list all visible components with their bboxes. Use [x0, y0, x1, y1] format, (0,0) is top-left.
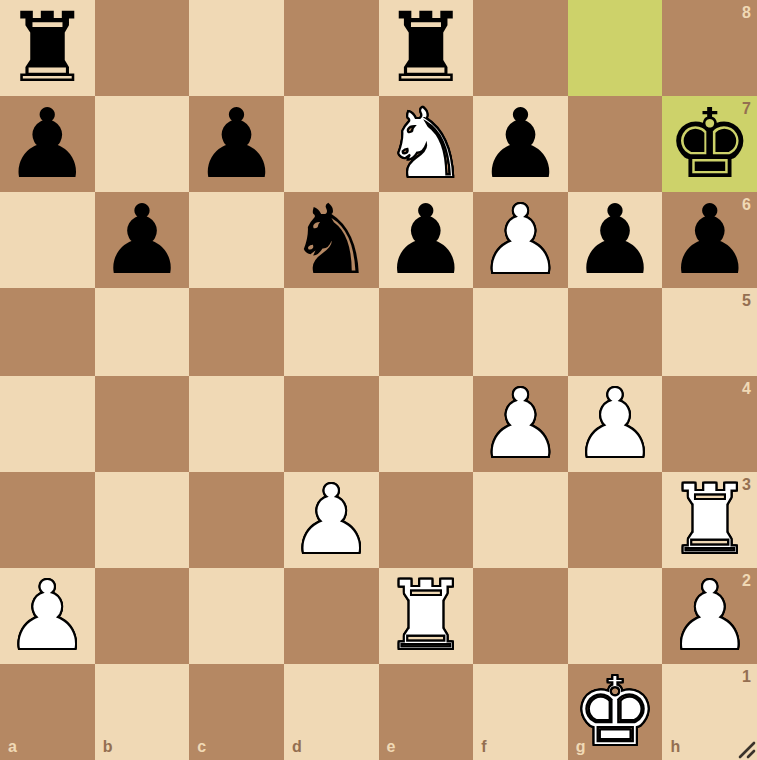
square-a3[interactable] [0, 472, 95, 568]
square-a6[interactable] [0, 192, 95, 288]
file-label-c: c [197, 739, 206, 755]
square-g2[interactable] [568, 568, 663, 664]
square-f5[interactable] [473, 288, 568, 376]
square-b5[interactable] [95, 288, 190, 376]
square-g1[interactable]: ♚g [568, 664, 663, 760]
square-b4[interactable] [95, 376, 190, 472]
rank-label-8: 8 [742, 5, 751, 21]
white-rook[interactable]: ♜ [667, 472, 753, 568]
file-label-d: d [292, 739, 302, 755]
black-pawn[interactable]: ♟ [572, 192, 658, 288]
square-g4[interactable]: ♟ [568, 376, 663, 472]
square-f1[interactable]: f [473, 664, 568, 760]
black-rook[interactable]: ♜ [383, 0, 469, 96]
square-g6[interactable]: ♟ [568, 192, 663, 288]
square-c7[interactable]: ♟ [189, 96, 284, 192]
square-e1[interactable]: e [379, 664, 474, 760]
square-b1[interactable]: b [95, 664, 190, 760]
white-knight[interactable]: ♞ [383, 96, 469, 192]
black-pawn[interactable]: ♟ [477, 96, 563, 192]
square-e8[interactable]: ♜ [379, 0, 474, 96]
square-f7[interactable]: ♟ [473, 96, 568, 192]
square-d1[interactable]: d [284, 664, 379, 760]
rank-label-1: 1 [742, 669, 751, 685]
square-h5[interactable]: 5 [662, 288, 757, 376]
square-e4[interactable] [379, 376, 474, 472]
square-c8[interactable] [189, 0, 284, 96]
square-d7[interactable] [284, 96, 379, 192]
square-f4[interactable]: ♟ [473, 376, 568, 472]
square-d3[interactable]: ♟ [284, 472, 379, 568]
white-pawn[interactable]: ♟ [477, 192, 563, 288]
square-h3[interactable]: ♜3 [662, 472, 757, 568]
white-pawn[interactable]: ♟ [4, 568, 90, 664]
white-pawn[interactable]: ♟ [572, 376, 658, 472]
square-d2[interactable] [284, 568, 379, 664]
file-label-a: a [8, 739, 17, 755]
square-h2[interactable]: ♟2 [662, 568, 757, 664]
white-pawn[interactable]: ♟ [667, 568, 753, 664]
square-e3[interactable] [379, 472, 474, 568]
black-rook[interactable]: ♜ [4, 0, 90, 96]
square-e6[interactable]: ♟ [379, 192, 474, 288]
black-pawn[interactable]: ♟ [194, 96, 280, 192]
square-d4[interactable] [284, 376, 379, 472]
file-label-f: f [481, 739, 486, 755]
square-d8[interactable] [284, 0, 379, 96]
square-h6[interactable]: ♟6 [662, 192, 757, 288]
square-b8[interactable] [95, 0, 190, 96]
black-pawn[interactable]: ♟ [4, 96, 90, 192]
black-pawn[interactable]: ♟ [383, 192, 469, 288]
square-a1[interactable]: a [0, 664, 95, 760]
square-g7[interactable] [568, 96, 663, 192]
square-f3[interactable] [473, 472, 568, 568]
file-label-b: b [103, 739, 113, 755]
square-b3[interactable] [95, 472, 190, 568]
black-pawn[interactable]: ♟ [667, 192, 753, 288]
black-pawn[interactable]: ♟ [99, 192, 185, 288]
square-a4[interactable] [0, 376, 95, 472]
square-b2[interactable] [95, 568, 190, 664]
file-label-e: e [387, 739, 396, 755]
square-c5[interactable] [189, 288, 284, 376]
board-resize-handle-icon[interactable] [734, 737, 756, 759]
square-a5[interactable] [0, 288, 95, 376]
white-rook[interactable]: ♜ [383, 568, 469, 664]
square-c6[interactable] [189, 192, 284, 288]
square-f6[interactable]: ♟ [473, 192, 568, 288]
white-pawn[interactable]: ♟ [288, 472, 374, 568]
white-pawn[interactable]: ♟ [477, 376, 563, 472]
square-h8[interactable]: 8 [662, 0, 757, 96]
square-c4[interactable] [189, 376, 284, 472]
square-h7[interactable]: ♚7 [662, 96, 757, 192]
square-g3[interactable] [568, 472, 663, 568]
square-f2[interactable] [473, 568, 568, 664]
square-e5[interactable] [379, 288, 474, 376]
square-e2[interactable]: ♜ [379, 568, 474, 664]
rank-label-4: 4 [742, 381, 751, 397]
square-b7[interactable] [95, 96, 190, 192]
black-king[interactable]: ♚ [667, 96, 753, 192]
square-c3[interactable] [189, 472, 284, 568]
square-a7[interactable]: ♟ [0, 96, 95, 192]
square-g5[interactable] [568, 288, 663, 376]
square-c1[interactable]: c [189, 664, 284, 760]
square-d6[interactable]: ♞ [284, 192, 379, 288]
chess-board: ♜♜8♟♟♞♟♚7♟♞♟♟♟♟65♟♟4♟♜3♟♜♟2abcdef♚g1h [0, 0, 757, 760]
square-h4[interactable]: 4 [662, 376, 757, 472]
square-f8[interactable] [473, 0, 568, 96]
white-king[interactable]: ♚ [572, 664, 658, 760]
square-g8[interactable] [568, 0, 663, 96]
square-a8[interactable]: ♜ [0, 0, 95, 96]
file-label-h: h [670, 739, 680, 755]
square-d5[interactable] [284, 288, 379, 376]
square-c2[interactable] [189, 568, 284, 664]
square-b6[interactable]: ♟ [95, 192, 190, 288]
rank-label-5: 5 [742, 293, 751, 309]
black-knight[interactable]: ♞ [288, 192, 374, 288]
square-a2[interactable]: ♟ [0, 568, 95, 664]
square-e7[interactable]: ♞ [379, 96, 474, 192]
